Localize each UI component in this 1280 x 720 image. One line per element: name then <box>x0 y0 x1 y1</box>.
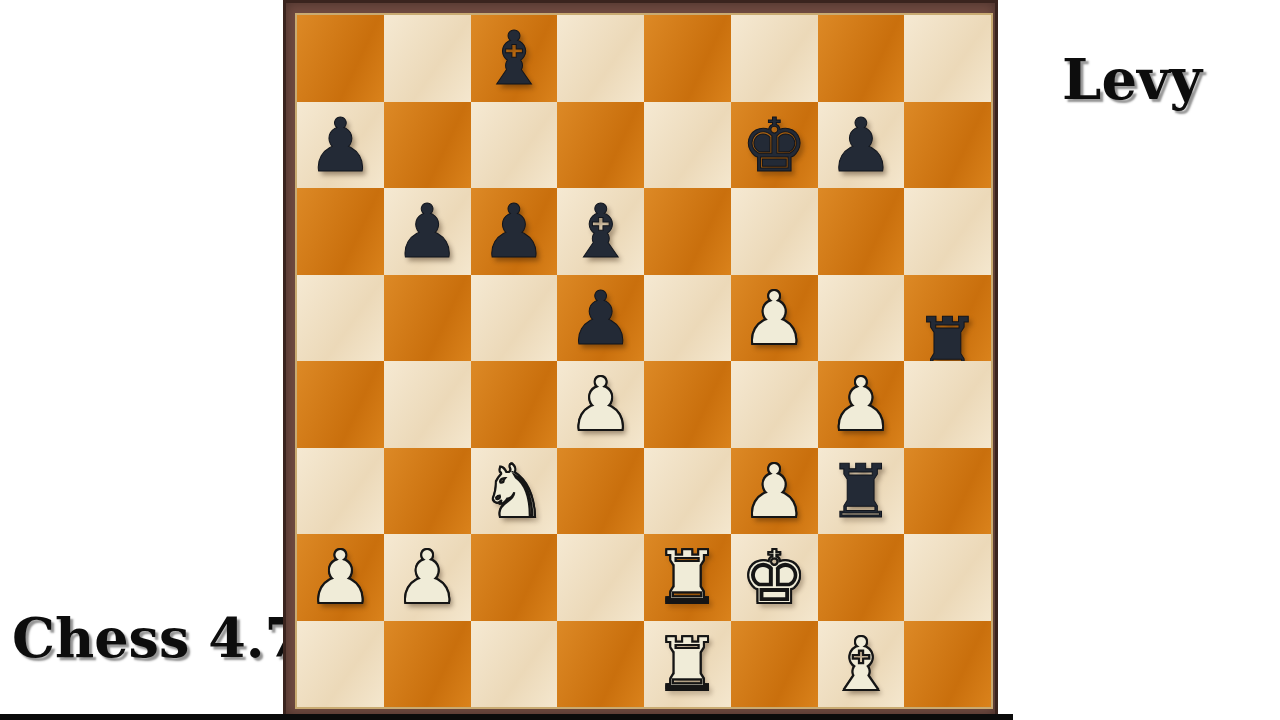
square-d7[interactable] <box>557 102 644 189</box>
square-b8[interactable] <box>384 15 471 102</box>
square-b4[interactable] <box>384 361 471 448</box>
square-d5[interactable]: ♟ <box>557 275 644 362</box>
white-pawn[interactable]: ♟ <box>741 454 807 528</box>
white-bishop[interactable]: ♝ <box>828 627 894 701</box>
square-g5[interactable] <box>818 275 905 362</box>
square-h5[interactable]: ♜ <box>904 275 991 362</box>
square-b6[interactable]: ♟ <box>384 188 471 275</box>
square-g8[interactable] <box>818 15 905 102</box>
square-g1[interactable]: ♝ <box>818 621 905 708</box>
black-rook[interactable]: ♜ <box>828 454 894 528</box>
white-rook[interactable]: ♜ <box>654 627 720 701</box>
square-h3[interactable] <box>904 448 991 535</box>
square-a2[interactable]: ♟ <box>297 534 384 621</box>
white-king[interactable]: ♚ <box>741 540 807 614</box>
square-a8[interactable] <box>297 15 384 102</box>
white-knight[interactable]: ♞ <box>481 454 547 528</box>
caption-engine-name: Chess 4.7 <box>12 606 302 670</box>
white-rook[interactable]: ♜ <box>654 540 720 614</box>
black-bishop[interactable]: ♝ <box>481 21 547 95</box>
square-f1[interactable] <box>731 621 818 708</box>
square-c8[interactable]: ♝ <box>471 15 558 102</box>
square-b2[interactable]: ♟ <box>384 534 471 621</box>
square-a4[interactable] <box>297 361 384 448</box>
black-pawn[interactable]: ♟ <box>394 194 460 268</box>
square-f2[interactable]: ♚ <box>731 534 818 621</box>
black-pawn[interactable]: ♟ <box>567 281 633 355</box>
square-c7[interactable] <box>471 102 558 189</box>
square-g6[interactable] <box>818 188 905 275</box>
square-e7[interactable] <box>644 102 731 189</box>
square-g3[interactable]: ♜ <box>818 448 905 535</box>
square-a6[interactable] <box>297 188 384 275</box>
square-e2[interactable]: ♜ <box>644 534 731 621</box>
square-e6[interactable] <box>644 188 731 275</box>
square-c6[interactable]: ♟ <box>471 188 558 275</box>
white-pawn[interactable]: ♟ <box>307 540 373 614</box>
square-b3[interactable] <box>384 448 471 535</box>
square-h7[interactable] <box>904 102 991 189</box>
square-c2[interactable] <box>471 534 558 621</box>
square-f6[interactable] <box>731 188 818 275</box>
square-c5[interactable] <box>471 275 558 362</box>
square-g4[interactable]: ♟ <box>818 361 905 448</box>
square-c1[interactable] <box>471 621 558 708</box>
black-pawn[interactable]: ♟ <box>828 108 894 182</box>
square-d4[interactable]: ♟ <box>557 361 644 448</box>
square-a7[interactable]: ♟ <box>297 102 384 189</box>
square-h1[interactable] <box>904 621 991 708</box>
square-d3[interactable] <box>557 448 644 535</box>
square-b5[interactable] <box>384 275 471 362</box>
square-a3[interactable] <box>297 448 384 535</box>
square-h4[interactable] <box>904 361 991 448</box>
square-a1[interactable] <box>297 621 384 708</box>
square-f3[interactable]: ♟ <box>731 448 818 535</box>
square-d1[interactable] <box>557 621 644 708</box>
white-pawn[interactable]: ♟ <box>394 540 460 614</box>
square-b1[interactable] <box>384 621 471 708</box>
video-frame: Levy Chess 4.7 ♝♟♚♟♟♟♝♟♟♜♟♟♞♟♜♟♟♜♚♜♝ <box>0 0 1280 720</box>
square-e8[interactable] <box>644 15 731 102</box>
square-b7[interactable] <box>384 102 471 189</box>
black-pawn[interactable]: ♟ <box>307 108 373 182</box>
chess-board-frame: ♝♟♚♟♟♟♝♟♟♜♟♟♞♟♜♟♟♜♚♜♝ <box>283 0 998 718</box>
square-e1[interactable]: ♜ <box>644 621 731 708</box>
square-g7[interactable]: ♟ <box>818 102 905 189</box>
square-c4[interactable] <box>471 361 558 448</box>
black-bishop[interactable]: ♝ <box>567 194 633 268</box>
square-f7[interactable]: ♚ <box>731 102 818 189</box>
black-pawn[interactable]: ♟ <box>481 194 547 268</box>
square-e3[interactable] <box>644 448 731 535</box>
square-f8[interactable] <box>731 15 818 102</box>
square-f4[interactable] <box>731 361 818 448</box>
white-pawn[interactable]: ♟ <box>828 367 894 441</box>
square-h2[interactable] <box>904 534 991 621</box>
square-c3[interactable]: ♞ <box>471 448 558 535</box>
caption-player-name: Levy <box>1062 46 1202 112</box>
square-h6[interactable] <box>904 188 991 275</box>
chess-board: ♝♟♚♟♟♟♝♟♟♜♟♟♞♟♜♟♟♜♚♜♝ <box>295 13 993 709</box>
square-a5[interactable] <box>297 275 384 362</box>
square-e4[interactable] <box>644 361 731 448</box>
square-e5[interactable] <box>644 275 731 362</box>
square-f5[interactable]: ♟ <box>731 275 818 362</box>
black-king[interactable]: ♚ <box>741 108 807 182</box>
white-pawn[interactable]: ♟ <box>567 367 633 441</box>
square-h8[interactable] <box>904 15 991 102</box>
white-pawn[interactable]: ♟ <box>741 281 807 355</box>
letterbox-bar <box>0 714 1013 720</box>
square-g2[interactable] <box>818 534 905 621</box>
square-d2[interactable] <box>557 534 644 621</box>
square-d6[interactable]: ♝ <box>557 188 644 275</box>
square-d8[interactable] <box>557 15 644 102</box>
